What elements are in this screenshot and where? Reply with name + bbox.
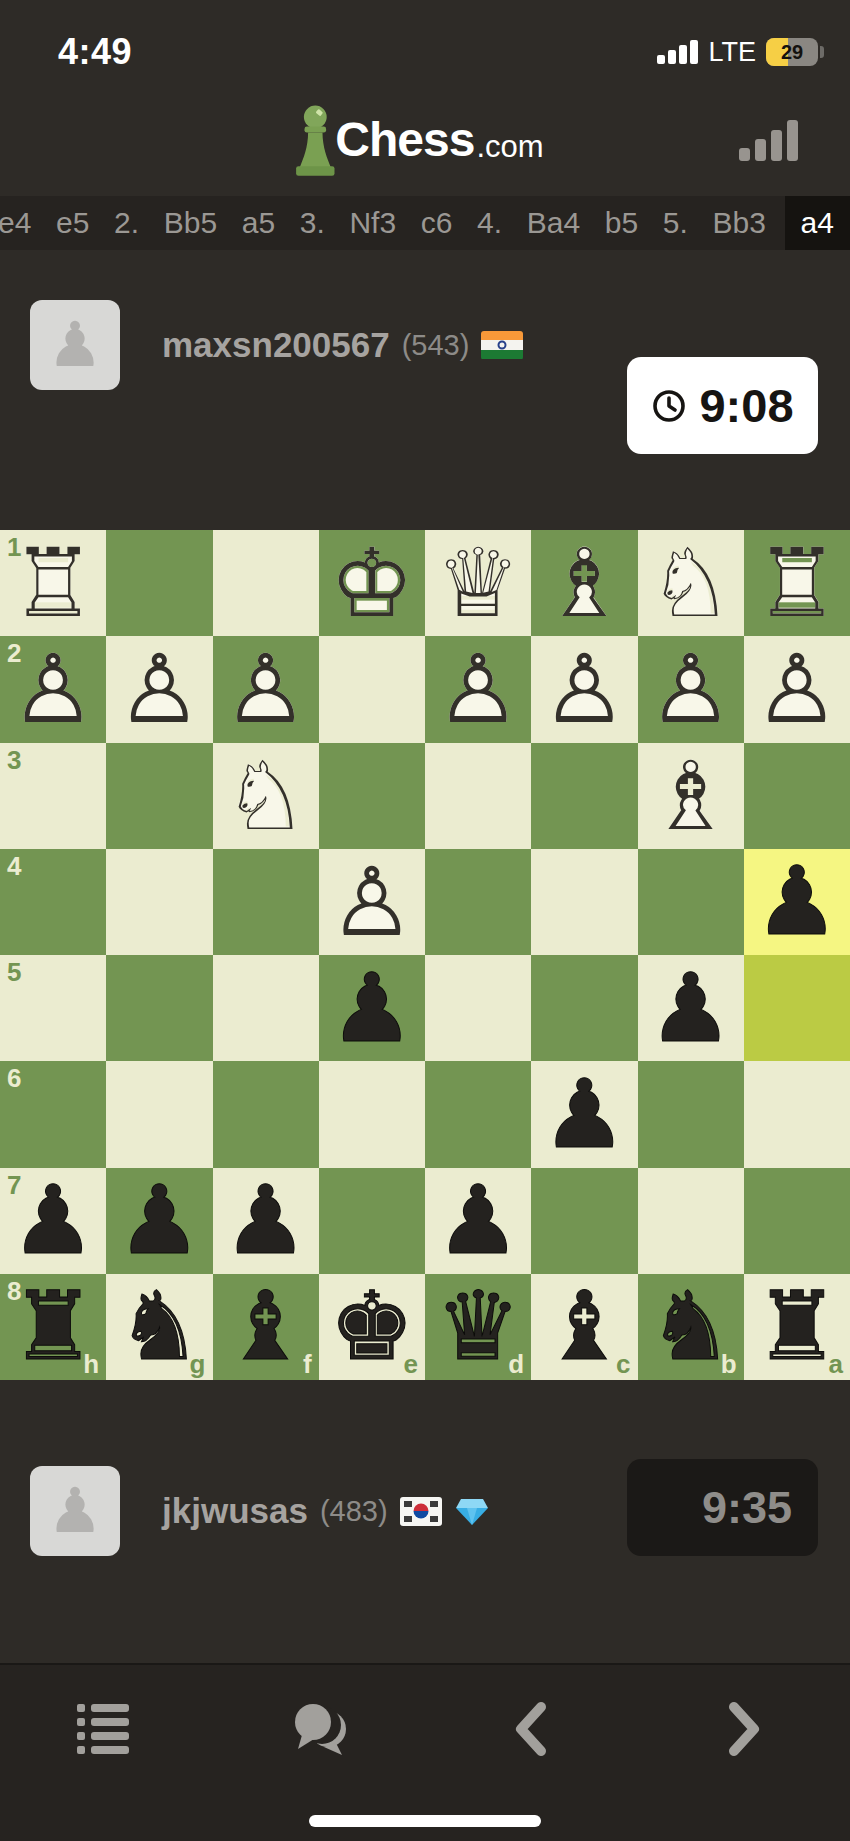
clock-icon xyxy=(651,388,687,424)
rank-label-3: 3 xyxy=(7,747,21,773)
square-f5[interactable] xyxy=(213,955,319,1061)
square-h2[interactable]: 2♟♙ xyxy=(0,636,106,742)
square-d5[interactable] xyxy=(425,955,531,1061)
black-pawn-b5[interactable]: ♟ xyxy=(638,955,744,1061)
status-indicators: LTE 29 xyxy=(657,37,824,68)
square-e1[interactable]: ♚♔ xyxy=(319,530,425,636)
square-e7[interactable] xyxy=(319,1168,425,1274)
white-pawn-c2[interactable]: ♟♙ xyxy=(531,636,637,742)
white-pawn-b2[interactable]: ♟♙ xyxy=(638,636,744,742)
square-g7[interactable]: ♟ xyxy=(106,1168,212,1274)
avatar-pawn-icon: ♟ xyxy=(47,314,103,376)
white-pawn-f2[interactable]: ♟♙ xyxy=(213,636,319,742)
square-f8[interactable]: f♝ xyxy=(213,1274,319,1380)
black-pawn-a4[interactable]: ♟ xyxy=(744,849,850,955)
status-bar: 4:49 LTE 29 xyxy=(0,22,850,82)
square-c4[interactable] xyxy=(531,849,637,955)
square-c3[interactable] xyxy=(531,743,637,849)
white-pawn-d2[interactable]: ♟♙ xyxy=(425,636,531,742)
white-pawn-g2[interactable]: ♟♙ xyxy=(106,636,212,742)
logo-suffix: .com xyxy=(476,130,543,164)
black-rook-h8[interactable]: ♜ xyxy=(0,1274,106,1380)
square-f4[interactable] xyxy=(213,849,319,955)
square-b6[interactable] xyxy=(638,1061,744,1167)
square-h7[interactable]: 7♟ xyxy=(0,1168,106,1274)
player-clock: 9:35 xyxy=(627,1459,818,1556)
square-b1[interactable]: ♞♘ xyxy=(638,530,744,636)
white-queen-d1[interactable]: ♛♕ xyxy=(425,530,531,636)
rank-label-5: 5 xyxy=(7,959,21,985)
square-g6[interactable] xyxy=(106,1061,212,1167)
white-knight-f3[interactable]: ♞♘ xyxy=(213,743,319,849)
square-a3[interactable] xyxy=(744,743,850,849)
square-h3[interactable]: 3 xyxy=(0,743,106,849)
square-c6[interactable]: ♟ xyxy=(531,1061,637,1167)
network-type-label: LTE xyxy=(708,37,756,68)
square-e6[interactable] xyxy=(319,1061,425,1167)
chesscom-logo: Chess .com xyxy=(291,102,543,164)
square-b2[interactable]: ♟♙ xyxy=(638,636,744,742)
square-c8[interactable]: c♝ xyxy=(531,1274,637,1380)
opponent-time: 9:08 xyxy=(699,378,793,433)
square-b8[interactable]: b♞ xyxy=(638,1274,744,1380)
player-info[interactable]: jkjwusas (483) xyxy=(162,1491,490,1531)
square-f7[interactable]: ♟ xyxy=(213,1168,319,1274)
forward-icon xyxy=(724,1700,764,1758)
square-h8[interactable]: 8h♜ xyxy=(0,1274,106,1380)
pawn-logo-icon xyxy=(291,102,339,180)
black-pawn-e5[interactable]: ♟ xyxy=(319,955,425,1061)
black-pawn-c6[interactable]: ♟ xyxy=(531,1061,637,1167)
forward-button[interactable] xyxy=(699,1693,789,1765)
square-b3[interactable]: ♝♗ xyxy=(638,743,744,849)
square-a6[interactable] xyxy=(744,1061,850,1167)
diamond-membership-icon xyxy=(454,1495,490,1527)
rank-label-4: 4 xyxy=(7,853,21,879)
white-bishop-c1[interactable]: ♝♗ xyxy=(531,530,637,636)
black-pawn-h7[interactable]: ♟ xyxy=(0,1168,106,1274)
square-e5[interactable]: ♟ xyxy=(319,955,425,1061)
chess-board: 1♜♖♚♔♛♕♝♗♞♘♜♖2♟♙♟♙♟♙♟♙♟♙♟♙♟♙3♞♘♝♗4♟♙♟5♟♟… xyxy=(0,530,850,1380)
square-d3[interactable] xyxy=(425,743,531,849)
square-d8[interactable]: d♛ xyxy=(425,1274,531,1380)
opponent-clock: 9:08 xyxy=(627,357,818,454)
square-c7[interactable] xyxy=(531,1168,637,1274)
square-g4[interactable] xyxy=(106,849,212,955)
square-e8[interactable]: e♚ xyxy=(319,1274,425,1380)
square-h4[interactable]: 4 xyxy=(0,849,106,955)
move-token-Nf3[interactable]: Nf3 xyxy=(343,196,402,250)
square-e4[interactable]: ♟♙ xyxy=(319,849,425,955)
moves-list-button[interactable] xyxy=(61,1693,151,1765)
back-button[interactable] xyxy=(486,1693,576,1765)
move-token-2.[interactable]: 2. xyxy=(108,196,145,250)
white-pawn-a2[interactable]: ♟♙ xyxy=(744,636,850,742)
battery-icon: 29 xyxy=(766,38,824,66)
square-f2[interactable]: ♟♙ xyxy=(213,636,319,742)
move-token-a4[interactable]: a4 xyxy=(785,196,850,250)
status-time: 4:49 xyxy=(58,31,132,73)
cellular-signal-icon xyxy=(657,40,698,64)
opponent-name: maxsn200567 xyxy=(162,325,390,365)
square-a8[interactable]: a♜ xyxy=(744,1274,850,1380)
app-screen: 4:49 LTE 29 Chess .com xyxy=(0,0,850,1841)
square-d7[interactable]: ♟ xyxy=(425,1168,531,1274)
home-indicator[interactable] xyxy=(309,1815,541,1827)
move-token-e4[interactable]: e4 xyxy=(0,196,37,250)
white-king-e1[interactable]: ♚♔ xyxy=(319,530,425,636)
black-pawn-g7[interactable]: ♟ xyxy=(106,1168,212,1274)
square-c1[interactable]: ♝♗ xyxy=(531,530,637,636)
logo-text: Chess xyxy=(335,116,474,164)
square-f1[interactable] xyxy=(213,530,319,636)
black-rook-a8[interactable]: ♜ xyxy=(744,1274,850,1380)
black-pawn-f7[interactable]: ♟ xyxy=(213,1168,319,1274)
player-avatar[interactable]: ♟ xyxy=(30,1466,120,1556)
white-pawn-h2[interactable]: ♟♙ xyxy=(0,636,106,742)
square-f6[interactable] xyxy=(213,1061,319,1167)
chat-button[interactable] xyxy=(274,1693,364,1765)
move-token-b5[interactable]: b5 xyxy=(599,196,644,250)
opponent-rating: (543) xyxy=(402,329,470,362)
opponent-info[interactable]: maxsn200567 (543) xyxy=(162,325,523,365)
square-e3[interactable] xyxy=(319,743,425,849)
square-b5[interactable]: ♟ xyxy=(638,955,744,1061)
move-token-Bb3[interactable]: Bb3 xyxy=(706,196,771,250)
move-token-Ba4[interactable]: Ba4 xyxy=(521,196,586,250)
square-c2[interactable]: ♟♙ xyxy=(531,636,637,742)
player-rating: (483) xyxy=(320,1495,388,1528)
square-g8[interactable]: g♞ xyxy=(106,1274,212,1380)
back-icon xyxy=(511,1700,551,1758)
moves-list-icon xyxy=(75,1702,137,1756)
chat-icon xyxy=(286,1699,352,1759)
black-knight-b8[interactable]: ♞ xyxy=(638,1274,744,1380)
opponent-avatar[interactable]: ♟ xyxy=(30,300,120,390)
square-d4[interactable] xyxy=(425,849,531,955)
square-a2[interactable]: ♟♙ xyxy=(744,636,850,742)
player-time: 9:35 xyxy=(702,1482,792,1534)
square-b4[interactable] xyxy=(638,849,744,955)
black-bishop-c8[interactable]: ♝ xyxy=(531,1274,637,1380)
connection-strength-icon xyxy=(739,120,798,161)
move-token-3.[interactable]: 3. xyxy=(294,196,331,250)
square-d2[interactable]: ♟♙ xyxy=(425,636,531,742)
black-king-e8[interactable]: ♚ xyxy=(319,1274,425,1380)
square-f3[interactable]: ♞♘ xyxy=(213,743,319,849)
move-token-e5[interactable]: e5 xyxy=(50,196,95,250)
square-g2[interactable]: ♟♙ xyxy=(106,636,212,742)
square-g3[interactable] xyxy=(106,743,212,849)
square-a1[interactable]: ♜♖ xyxy=(744,530,850,636)
square-a4[interactable]: ♟ xyxy=(744,849,850,955)
square-e2[interactable] xyxy=(319,636,425,742)
square-a5[interactable] xyxy=(744,955,850,1061)
square-g1[interactable] xyxy=(106,530,212,636)
white-rook-h1[interactable]: ♜♖ xyxy=(0,530,106,636)
white-bishop-b3[interactable]: ♝♗ xyxy=(638,743,744,849)
square-h5[interactable]: 5 xyxy=(0,955,106,1061)
move-list: e4e52.Bb5a53.Nf3c64.Ba4b55.Bb3a4 xyxy=(0,196,850,250)
square-b7[interactable] xyxy=(638,1168,744,1274)
avatar-pawn-icon: ♟ xyxy=(47,1480,103,1542)
square-a7[interactable] xyxy=(744,1168,850,1274)
square-c5[interactable] xyxy=(531,955,637,1061)
india-flag-icon xyxy=(481,331,523,360)
white-pawn-e4[interactable]: ♟♙ xyxy=(319,849,425,955)
square-g5[interactable] xyxy=(106,955,212,1061)
square-d6[interactable] xyxy=(425,1061,531,1167)
player-name: jkjwusas xyxy=(162,1491,308,1531)
rank-label-6: 6 xyxy=(7,1065,21,1091)
white-rook-a1[interactable]: ♜♖ xyxy=(744,530,850,636)
move-token-4.[interactable]: 4. xyxy=(471,196,508,250)
square-h6[interactable]: 6 xyxy=(0,1061,106,1167)
black-pawn-d7[interactable]: ♟ xyxy=(425,1168,531,1274)
move-token-a5[interactable]: a5 xyxy=(236,196,281,250)
move-token-c6[interactable]: c6 xyxy=(415,196,459,250)
black-bishop-f8[interactable]: ♝ xyxy=(213,1274,319,1380)
header: Chess .com xyxy=(0,96,850,192)
south-korea-flag-icon xyxy=(400,1497,442,1526)
move-token-Bb5[interactable]: Bb5 xyxy=(158,196,223,250)
black-queen-d8[interactable]: ♛ xyxy=(425,1274,531,1380)
black-knight-g8[interactable]: ♞ xyxy=(106,1274,212,1380)
square-h1[interactable]: 1♜♖ xyxy=(0,530,106,636)
square-d1[interactable]: ♛♕ xyxy=(425,530,531,636)
move-token-5.[interactable]: 5. xyxy=(657,196,694,250)
battery-percent: 29 xyxy=(781,41,803,64)
white-knight-b1[interactable]: ♞♘ xyxy=(638,530,744,636)
